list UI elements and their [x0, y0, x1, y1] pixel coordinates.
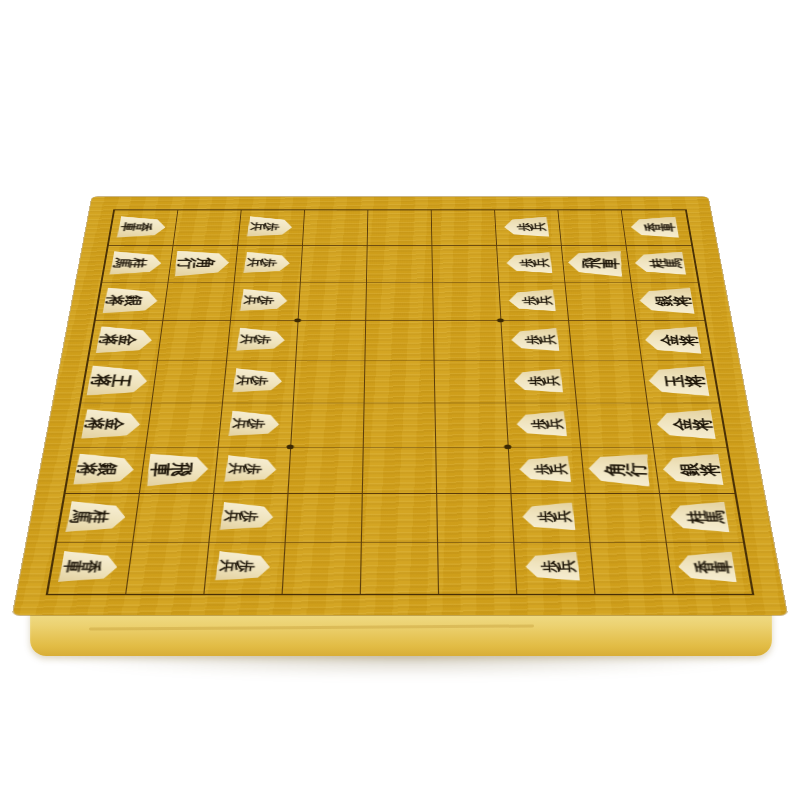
- piece-kanji: 馬: [705, 510, 726, 523]
- board-cell: [433, 282, 501, 320]
- piece-kanji: 兵: [235, 375, 252, 386]
- board-playing-area: 香車歩兵歩兵香車桂馬角行歩兵歩兵飛車桂馬銀将歩兵歩兵銀将金将歩兵歩兵金将王将歩兵…: [46, 209, 752, 593]
- board-cell: [438, 543, 517, 594]
- piece-kanji: 馬: [665, 258, 683, 268]
- piece-kanji: 兵: [547, 418, 564, 429]
- piece-kanji: 馬: [113, 258, 131, 268]
- board-cell: [301, 246, 368, 283]
- board-cell: [299, 282, 367, 320]
- piece-kanji: 兵: [218, 559, 237, 572]
- piece-kanji: 将: [99, 334, 119, 346]
- board-cell: [303, 210, 368, 245]
- piece-kanji: 行: [625, 462, 646, 476]
- piece-kanji: 兵: [246, 258, 262, 267]
- board-cell: [158, 321, 231, 361]
- piece-kanji: 兵: [223, 510, 242, 522]
- piece-kanji: 兵: [554, 510, 572, 522]
- piece-kanji: 兵: [551, 463, 569, 474]
- board-cell: [565, 282, 636, 320]
- board-cell: [294, 361, 366, 403]
- hoshi-dot: [504, 445, 512, 450]
- board-cell: [362, 494, 438, 543]
- board-cell: [434, 321, 504, 361]
- board-cell: [569, 321, 642, 361]
- piece-kanji: 兵: [540, 335, 556, 345]
- piece-kanji: 兵: [243, 295, 259, 305]
- piece-kanji: 兵: [239, 334, 256, 344]
- board-cell: [432, 210, 497, 245]
- board-cell: [126, 543, 209, 594]
- board-cell: [437, 494, 514, 543]
- piece-kanji: 行: [177, 257, 196, 268]
- board-cell: [432, 246, 499, 283]
- board-cell: [586, 494, 667, 543]
- board-cell: [573, 361, 648, 403]
- board-cell: [436, 447, 511, 493]
- hoshi-dot: [497, 318, 504, 322]
- board-cell: [365, 321, 434, 361]
- board-cell: [289, 447, 364, 493]
- piece-kanji: 車: [601, 258, 620, 269]
- piece-kanji: 将: [671, 295, 690, 306]
- piece-kanji: 将: [84, 417, 105, 430]
- board-cell: [367, 246, 433, 283]
- shogi-board: 香車歩兵歩兵香車桂馬角行歩兵歩兵飛車桂馬銀将歩兵歩兵銀将金将歩兵歩兵金将王将歩兵…: [13, 197, 787, 615]
- piece-kanji: 兵: [537, 295, 553, 305]
- board-cell: [558, 210, 626, 245]
- board-cell: [291, 403, 364, 447]
- board-cell: [364, 403, 437, 447]
- piece-kanji: 兵: [231, 418, 249, 429]
- piece-kanji: 兵: [534, 258, 550, 267]
- piece-kanji: 車: [120, 222, 137, 231]
- piece-kanji: 将: [691, 418, 712, 431]
- board-cell: [146, 403, 223, 447]
- shogi-board-photo: 香車歩兵歩兵香車桂馬角行歩兵歩兵飛車桂馬銀将歩兵歩兵銀将金将歩兵歩兵金将王将歩兵…: [0, 0, 800, 800]
- board-cell: [591, 543, 674, 594]
- board-cell: [163, 282, 234, 320]
- piece-kanji: 兵: [227, 463, 245, 475]
- piece-kanji: 兵: [249, 222, 265, 231]
- piece-kanji: 将: [678, 334, 698, 345]
- board-cell: [361, 543, 439, 594]
- board-cell: [365, 361, 436, 403]
- piece-kanji: 将: [76, 462, 98, 475]
- board-cell: [435, 403, 508, 447]
- piece-kanji: 将: [105, 295, 125, 306]
- board-cell: [435, 361, 507, 403]
- board-cell: [577, 403, 654, 447]
- piece-kanji: 兵: [558, 560, 577, 573]
- piece-kanji: 将: [685, 375, 706, 388]
- piece-kanji: 将: [698, 462, 719, 475]
- board-cell: [152, 361, 227, 403]
- board-cell: [286, 494, 363, 543]
- piece-kanji: 将: [90, 374, 112, 387]
- piece-kanji: 車: [660, 222, 677, 231]
- piece-kanji: 車: [713, 560, 733, 573]
- piece-kanji: 兵: [544, 375, 561, 385]
- piece-kanji: 兵: [531, 222, 546, 231]
- piece-kanji: 車: [62, 559, 83, 572]
- board-cell: [296, 321, 366, 361]
- board-cell: [366, 282, 434, 320]
- board-cell: [368, 210, 433, 245]
- piece-kanji: 車: [149, 462, 171, 476]
- board-cell: [173, 210, 241, 245]
- board-cell: [363, 447, 437, 493]
- piece-kanji: 馬: [69, 510, 90, 523]
- board-cell: [133, 494, 214, 543]
- board-cell: [283, 543, 362, 594]
